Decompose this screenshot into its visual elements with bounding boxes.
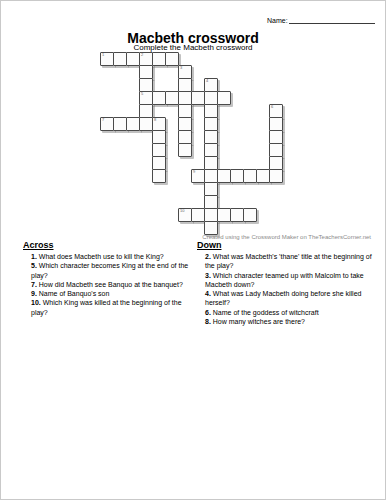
grid-cell-r3c7[interactable] [191,91,205,105]
grid-cell-r7c4[interactable] [152,143,166,157]
grid-cell-r0c5[interactable] [165,52,179,66]
grid-cell-r3c3[interactable]: 5 [139,91,153,105]
grid-cell-r5c6[interactable] [178,117,192,131]
grid-cell-r4c6[interactable] [178,104,192,118]
crossword-grid: 12345678910 [100,52,283,235]
clue-number: 7. [31,281,37,288]
cell-number: 1 [102,53,104,57]
grid-cell-r12c9[interactable] [217,208,231,222]
grid-cell-r9c10[interactable] [230,169,244,183]
grid-cell-r4c13[interactable]: 6 [269,104,283,118]
grid-cell-r5c2[interactable] [126,117,140,131]
grid-cell-r2c3[interactable] [139,78,153,92]
grid-cell-r9c8[interactable] [204,169,218,183]
grid-cell-r8c13[interactable] [269,156,283,170]
clue-item: 1. What does Macbeth use to kill the Kin… [31,252,191,261]
clue-item: 5. Which character becomes King at the e… [31,261,191,280]
clue-number: 10. [31,299,41,306]
grid-cell-r9c12[interactable] [256,169,270,183]
grid-cell-r5c3[interactable] [139,117,153,131]
grid-cell-r12c7[interactable] [191,208,205,222]
grid-cell-r5c4[interactable]: 8 [152,117,166,131]
across-clue-list: 1. What does Macbeth use to kill the Kin… [23,252,191,317]
grid-cell-r7c13[interactable] [269,143,283,157]
clue-number: 5. [31,262,37,269]
name-label: Name: [267,17,288,24]
clue-item: 3. Which character teamed up with Malcol… [205,271,379,290]
grid-cell-r6c8[interactable] [204,130,218,144]
grid-cell-r4c3[interactable] [139,104,153,118]
cell-number: 6 [271,105,273,109]
name-blank-line[interactable] [289,15,375,24]
across-clues-section: Across 1. What does Macbeth use to kill … [23,240,191,317]
cell-number: 10 [180,209,184,213]
cell-number: 8 [154,118,156,122]
cell-number: 7 [102,118,104,122]
grid-cell-r8c8[interactable] [204,156,218,170]
cell-number: 9 [193,170,195,174]
grid-cell-r7c8[interactable] [204,143,218,157]
grid-cell-r5c0[interactable]: 7 [100,117,114,131]
grid-cell-r9c13[interactable] [269,169,283,183]
clue-number: 6. [205,309,211,316]
across-heading: Across [23,240,191,250]
clue-item: 10. Which King was killed at the beginni… [31,298,191,317]
grid-cell-r0c2[interactable] [126,52,140,66]
grid-cell-r12c10[interactable] [230,208,244,222]
grid-cell-r13c8[interactable] [204,221,218,235]
clue-item: 8. How many witches are there? [205,317,379,326]
grid-cell-r3c9[interactable] [217,91,231,105]
grid-cell-r12c11[interactable] [243,208,257,222]
grid-cell-r5c13[interactable] [269,117,283,131]
down-clues-section: Down 2. What was Macbeth's 'thane' title… [197,240,379,326]
grid-cell-r4c8[interactable] [204,104,218,118]
grid-cell-r3c5[interactable] [165,91,179,105]
grid-cell-r10c8[interactable] [204,182,218,196]
grid-cell-r6c13[interactable] [269,130,283,144]
grid-cell-r2c6[interactable] [178,78,192,92]
grid-cell-r0c1[interactable] [113,52,127,66]
clue-number: 3. [205,272,211,279]
grid-cell-r6c6[interactable] [178,130,192,144]
clue-number: 2. [205,253,211,260]
grid-cell-r3c4[interactable] [152,91,166,105]
clue-item: 2. What was Macbeth's 'thane' title at t… [205,252,379,271]
clue-item: 4. What was Lady Macbeth doing before sh… [205,289,379,308]
grid-cell-r3c6[interactable] [178,91,192,105]
grid-cell-r11c8[interactable] [204,195,218,209]
grid-cell-r8c4[interactable] [152,156,166,170]
grid-cell-r1c3[interactable] [139,65,153,79]
name-line: Name: [267,15,375,24]
worksheet-page: Name: Macbeth crossword Complete the Mac… [0,0,386,500]
down-heading: Down [197,240,379,250]
clue-number: 1. [31,253,37,260]
cell-number: 4 [206,79,208,83]
grid-cell-r7c6[interactable] [178,143,192,157]
grid-cell-r0c4[interactable] [152,52,166,66]
grid-cell-r5c8[interactable] [204,117,218,131]
down-clue-list: 2. What was Macbeth's 'thane' title at t… [197,252,379,326]
grid-cell-r9c9[interactable] [217,169,231,183]
cell-number: 5 [141,92,143,96]
grid-cell-r9c4[interactable] [152,169,166,183]
page-subtitle: Complete the Macbeth crossword [1,43,385,52]
grid-cell-r12c6[interactable]: 10 [178,208,192,222]
cell-number: 3 [180,66,182,70]
clue-item: 9. Name of Banquo's son [31,289,191,298]
grid-cell-r9c7[interactable]: 9 [191,169,205,183]
grid-cell-r6c4[interactable] [152,130,166,144]
clue-item: 6. Name of the goddess of witchcraft [205,308,379,317]
clue-number: 4. [205,290,211,297]
grid-cell-r5c1[interactable] [113,117,127,131]
grid-cell-r2c8[interactable]: 4 [204,78,218,92]
grid-cell-r0c3[interactable]: 2 [139,52,153,66]
grid-cell-r0c0[interactable]: 1 [100,52,114,66]
cell-number: 2 [141,53,143,57]
grid-cell-r3c8[interactable] [204,91,218,105]
clue-number: 8. [205,318,211,325]
grid-cell-r12c8[interactable] [204,208,218,222]
clue-number: 9. [31,290,37,297]
clue-item: 7. How did Macbeth see Banquo at the ban… [31,280,191,289]
grid-cell-r9c11[interactable] [243,169,257,183]
grid-cell-r1c6[interactable]: 3 [178,65,192,79]
